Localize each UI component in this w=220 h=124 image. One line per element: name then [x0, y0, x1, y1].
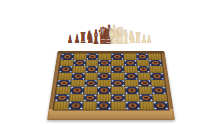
square-e4	[111, 80, 125, 87]
square-g4	[138, 80, 152, 87]
square-d5	[98, 73, 111, 80]
square-d1	[97, 102, 111, 110]
square-c1	[82, 102, 97, 110]
chess-piece-light-pawn-2: ♟	[146, 34, 151, 45]
square-b1	[68, 102, 83, 110]
square-a4	[57, 80, 71, 87]
square-d3	[97, 87, 111, 94]
chess-board	[47, 51, 175, 120]
square-d4	[97, 80, 111, 87]
square-h4	[151, 80, 165, 87]
square-a1	[53, 102, 68, 110]
square-b5	[71, 73, 85, 80]
square-a2	[55, 94, 70, 102]
square-f3	[125, 87, 139, 94]
square-f2	[125, 94, 139, 102]
square-g1	[139, 102, 154, 110]
square-e5	[111, 73, 124, 80]
square-a5	[58, 73, 72, 80]
square-f1	[125, 102, 140, 110]
square-h5	[150, 73, 164, 80]
square-b3	[70, 87, 84, 94]
square-g3	[138, 87, 152, 94]
chess-piece-light-rook: ♜	[134, 31, 141, 46]
square-h2	[152, 94, 167, 102]
square-h1	[153, 102, 168, 110]
square-b2	[69, 94, 84, 102]
square-c4	[84, 80, 98, 87]
square-e2	[111, 94, 125, 102]
square-g2	[139, 94, 154, 102]
square-c3	[83, 87, 97, 94]
square-e3	[111, 87, 125, 94]
square-c5	[84, 73, 98, 80]
square-c2	[83, 94, 97, 102]
chess-piece-dark-pawn-1: ♟	[67, 34, 72, 45]
square-b4	[70, 80, 84, 87]
square-g5	[137, 73, 151, 80]
square-h3	[152, 87, 167, 94]
board-grid	[53, 53, 168, 109]
chess-piece-dark-pawn-2: ♟	[74, 33, 80, 45]
square-d2	[97, 94, 111, 102]
square-e1	[111, 102, 125, 110]
square-a3	[56, 87, 71, 94]
product-photo-scene: ♟♟♜♞♝♛♚♚♛♝♞♜♟♟	[0, 0, 220, 124]
square-f5	[124, 73, 138, 80]
square-f4	[124, 80, 138, 87]
